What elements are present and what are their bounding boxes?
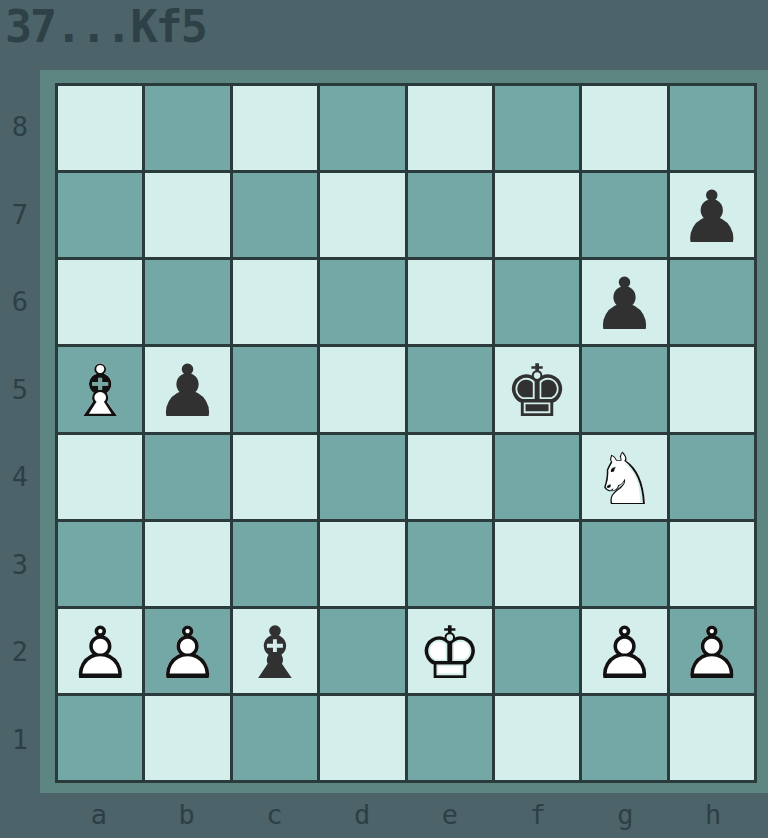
white-pawn-h2: ♟♙ <box>670 609 754 693</box>
square-b2[interactable]: ♟♙ <box>145 609 229 693</box>
square-a8[interactable] <box>58 86 142 170</box>
file-label-f: f <box>494 793 582 836</box>
square-c6[interactable] <box>233 260 317 344</box>
square-h1[interactable] <box>670 696 754 780</box>
square-b4[interactable] <box>145 435 229 519</box>
square-g7[interactable] <box>582 173 666 257</box>
square-g6[interactable]: ♟ <box>582 260 666 344</box>
square-b7[interactable] <box>145 173 229 257</box>
square-g4[interactable]: ♞♘ <box>582 435 666 519</box>
square-a3[interactable] <box>58 522 142 606</box>
square-a1[interactable] <box>58 696 142 780</box>
square-g2[interactable]: ♟♙ <box>582 609 666 693</box>
square-b1[interactable] <box>145 696 229 780</box>
file-label-a: a <box>55 793 143 836</box>
square-a2[interactable]: ♟♙ <box>58 609 142 693</box>
rank-label-2: 2 <box>0 608 40 696</box>
square-h2[interactable]: ♟♙ <box>670 609 754 693</box>
square-h8[interactable] <box>670 86 754 170</box>
black-pawn-h7: ♟ <box>670 173 754 257</box>
square-c4[interactable] <box>233 435 317 519</box>
white-knight-g4: ♞♘ <box>582 435 666 519</box>
square-f1[interactable] <box>495 696 579 780</box>
square-d4[interactable] <box>320 435 404 519</box>
black-pawn-b5: ♟ <box>145 347 229 431</box>
rank-label-8: 8 <box>0 83 40 171</box>
black-pawn-g6: ♟ <box>582 260 666 344</box>
square-e2[interactable]: ♚♔ <box>408 609 492 693</box>
rank-label-3: 3 <box>0 521 40 609</box>
rank-label-6: 6 <box>0 258 40 346</box>
square-e5[interactable] <box>408 347 492 431</box>
white-pawn-g2: ♟♙ <box>582 609 666 693</box>
rank-label-4: 4 <box>0 433 40 521</box>
square-d8[interactable] <box>320 86 404 170</box>
square-f7[interactable] <box>495 173 579 257</box>
white-pawn-b2: ♟♙ <box>145 609 229 693</box>
square-g1[interactable] <box>582 696 666 780</box>
square-g8[interactable] <box>582 86 666 170</box>
square-e4[interactable] <box>408 435 492 519</box>
square-d7[interactable] <box>320 173 404 257</box>
square-d3[interactable] <box>320 522 404 606</box>
square-f4[interactable] <box>495 435 579 519</box>
square-e1[interactable] <box>408 696 492 780</box>
chess-board-frame: ♟♟♝♗♟♚♞♘♟♙♟♙♝♚♔♟♙♟♙ <box>40 70 768 793</box>
square-h6[interactable] <box>670 260 754 344</box>
square-d2[interactable] <box>320 609 404 693</box>
square-c8[interactable] <box>233 86 317 170</box>
square-c2[interactable]: ♝ <box>233 609 317 693</box>
black-king-f5: ♚ <box>495 347 579 431</box>
square-f3[interactable] <box>495 522 579 606</box>
square-f8[interactable] <box>495 86 579 170</box>
square-a6[interactable] <box>58 260 142 344</box>
rank-label-7: 7 <box>0 171 40 259</box>
square-g3[interactable] <box>582 522 666 606</box>
rank-labels: 87654321 <box>0 83 40 783</box>
square-b3[interactable] <box>145 522 229 606</box>
file-label-d: d <box>318 793 406 836</box>
square-e8[interactable] <box>408 86 492 170</box>
file-label-g: g <box>582 793 670 836</box>
square-d5[interactable] <box>320 347 404 431</box>
chess-board: ♟♟♝♗♟♚♞♘♟♙♟♙♝♚♔♟♙♟♙ <box>55 83 757 783</box>
square-f6[interactable] <box>495 260 579 344</box>
square-b6[interactable] <box>145 260 229 344</box>
file-label-c: c <box>231 793 319 836</box>
square-f5[interactable]: ♚ <box>495 347 579 431</box>
file-label-h: h <box>669 793 757 836</box>
square-f2[interactable] <box>495 609 579 693</box>
square-h4[interactable] <box>670 435 754 519</box>
square-a5[interactable]: ♝♗ <box>58 347 142 431</box>
square-h5[interactable] <box>670 347 754 431</box>
square-c3[interactable] <box>233 522 317 606</box>
rank-label-1: 1 <box>0 696 40 784</box>
square-c7[interactable] <box>233 173 317 257</box>
square-g5[interactable] <box>582 347 666 431</box>
square-e7[interactable] <box>408 173 492 257</box>
square-b8[interactable] <box>145 86 229 170</box>
white-bishop-a5: ♝♗ <box>58 347 142 431</box>
square-h7[interactable]: ♟ <box>670 173 754 257</box>
square-d6[interactable] <box>320 260 404 344</box>
white-pawn-a2: ♟♙ <box>58 609 142 693</box>
square-h3[interactable] <box>670 522 754 606</box>
square-b5[interactable]: ♟ <box>145 347 229 431</box>
rank-label-5: 5 <box>0 346 40 434</box>
file-labels: abcdefgh <box>55 793 757 836</box>
square-c5[interactable] <box>233 347 317 431</box>
square-d1[interactable] <box>320 696 404 780</box>
square-e6[interactable] <box>408 260 492 344</box>
file-label-b: b <box>143 793 231 836</box>
black-bishop-c2: ♝ <box>233 609 317 693</box>
white-king-e2: ♚♔ <box>408 609 492 693</box>
square-e3[interactable] <box>408 522 492 606</box>
file-label-e: e <box>406 793 494 836</box>
square-a4[interactable] <box>58 435 142 519</box>
square-c1[interactable] <box>233 696 317 780</box>
move-title: 37...Kf5 <box>5 2 206 52</box>
square-a7[interactable] <box>58 173 142 257</box>
